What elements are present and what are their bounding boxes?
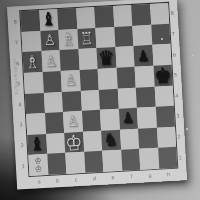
square-a1: ♔♔ bbox=[28, 154, 48, 176]
piece-black-knight: ♞ bbox=[102, 140, 120, 141]
piece-white-pawn: ♙ bbox=[64, 121, 82, 122]
rank-label-3: 3 bbox=[173, 105, 183, 126]
dust-speck bbox=[161, 38, 163, 40]
square-g1 bbox=[139, 148, 159, 170]
square-a5 bbox=[24, 72, 44, 94]
file-label-a: a bbox=[30, 177, 49, 187]
piece-white-bishop: ♗ bbox=[23, 62, 41, 63]
square-c4 bbox=[62, 90, 82, 112]
square-f6 bbox=[115, 46, 135, 68]
square-c3: ♙ bbox=[63, 111, 83, 133]
square-c2: ♔ bbox=[64, 132, 84, 154]
rank-label-2: 2 bbox=[17, 135, 27, 156]
square-a7 bbox=[21, 31, 41, 53]
square-d8 bbox=[76, 7, 96, 29]
rank-label-5: 5 bbox=[14, 73, 24, 94]
square-e5 bbox=[98, 68, 118, 90]
square-d2 bbox=[83, 131, 103, 153]
rank-label-4: 4 bbox=[15, 94, 25, 115]
dust-speck bbox=[142, 176, 143, 177]
rank-label-2: 2 bbox=[174, 126, 184, 147]
file-label-d: d bbox=[85, 174, 104, 184]
file-label-g: g bbox=[140, 171, 159, 181]
piece-black-pawn: ♟ bbox=[134, 55, 152, 56]
square-f8 bbox=[113, 5, 133, 27]
corner-crowns-decoration: ♔♔ bbox=[28, 155, 48, 176]
square-b8: ♝ bbox=[39, 9, 59, 31]
square-d6 bbox=[78, 48, 98, 70]
piece-black-queen: ♛ bbox=[97, 57, 115, 58]
piece-black-bishop: ♝ bbox=[28, 144, 46, 145]
square-f1 bbox=[121, 149, 141, 171]
square-c1 bbox=[65, 152, 85, 174]
dust-speck bbox=[150, 7, 151, 9]
piece-black-bishop: ♝ bbox=[39, 19, 57, 20]
rank-label-8: 8 bbox=[10, 11, 20, 32]
chessboard-photo-scene: Schachspiel ♝♙♗♖♗♙♛♟♙♚♙♟♝♔♞♔♔ abcdefgh 8… bbox=[0, 0, 200, 200]
piece-black-pawn: ♟ bbox=[119, 118, 137, 119]
square-a2: ♝ bbox=[27, 134, 47, 156]
dust-speck bbox=[176, 88, 177, 89]
piece-white-pawn: ♙ bbox=[40, 40, 58, 41]
square-f7 bbox=[114, 26, 134, 48]
rank-label-3: 3 bbox=[16, 114, 26, 135]
piece-white-king: ♔ bbox=[65, 142, 83, 143]
square-a3 bbox=[26, 113, 46, 135]
square-f4 bbox=[117, 87, 137, 109]
square-a4 bbox=[25, 92, 45, 114]
dust-speck bbox=[186, 128, 188, 130]
file-label-b: b bbox=[48, 176, 67, 186]
square-d5 bbox=[79, 69, 99, 91]
file-label-f: f bbox=[122, 172, 141, 182]
square-f5 bbox=[116, 67, 136, 89]
square-b6: ♙ bbox=[41, 50, 61, 72]
square-b4 bbox=[43, 91, 63, 113]
board-grid: ♝♙♗♖♗♙♛♟♙♚♙♟♝♔♞♔♔ bbox=[20, 3, 177, 176]
file-label-e: e bbox=[103, 173, 122, 183]
square-g8 bbox=[131, 4, 151, 26]
square-e7 bbox=[95, 27, 115, 49]
square-d4 bbox=[80, 89, 100, 111]
square-e4 bbox=[99, 88, 119, 110]
square-c8 bbox=[57, 8, 77, 30]
square-a6: ♗ bbox=[23, 51, 43, 73]
piece-white-pawn: ♙ bbox=[42, 61, 60, 62]
dust-speck bbox=[192, 55, 193, 56]
square-c7: ♗ bbox=[58, 29, 78, 51]
square-g6: ♟ bbox=[133, 45, 153, 67]
square-e6: ♛ bbox=[96, 47, 116, 69]
rank-label-1: 1 bbox=[175, 147, 185, 168]
square-b5 bbox=[42, 71, 62, 93]
square-a8 bbox=[20, 10, 40, 32]
square-b1 bbox=[47, 153, 67, 175]
square-b7: ♙ bbox=[40, 30, 60, 52]
square-e2: ♞ bbox=[101, 130, 121, 152]
square-d3 bbox=[81, 110, 101, 132]
rank-label-5: 5 bbox=[171, 64, 181, 85]
file-label-h: h bbox=[159, 170, 178, 180]
rank-label-7: 7 bbox=[168, 23, 178, 44]
chess-board: Schachspiel ♝♙♗♖♗♙♛♟♙♚♙♟♝♔♞♔♔ abcdefgh 8… bbox=[7, 0, 187, 190]
square-e8 bbox=[94, 6, 114, 28]
square-b3 bbox=[45, 112, 65, 134]
piece-white-pawn: ♙ bbox=[61, 80, 79, 81]
square-d1 bbox=[84, 151, 104, 173]
square-f3: ♟ bbox=[118, 108, 138, 130]
square-g3 bbox=[137, 107, 157, 129]
square-g4 bbox=[136, 86, 156, 108]
square-c5: ♙ bbox=[61, 70, 81, 92]
square-g2 bbox=[138, 127, 158, 149]
piece-white-bishop: ♗ bbox=[59, 39, 77, 40]
square-f2 bbox=[120, 129, 140, 151]
rank-label-1: 1 bbox=[18, 155, 28, 176]
square-e3 bbox=[100, 109, 120, 131]
square-g7 bbox=[132, 25, 152, 47]
rank-label-7: 7 bbox=[11, 32, 21, 53]
square-g5 bbox=[135, 66, 155, 88]
rank-label-6: 6 bbox=[13, 52, 23, 73]
square-c6 bbox=[60, 49, 80, 71]
rank-label-6: 6 bbox=[169, 44, 179, 65]
square-e1 bbox=[102, 150, 122, 172]
square-b2 bbox=[46, 133, 66, 155]
crown-icon: ♔ bbox=[35, 165, 43, 173]
rank-label-8: 8 bbox=[167, 2, 177, 23]
piece-black-king: ♚ bbox=[154, 75, 172, 76]
file-label-c: c bbox=[67, 175, 86, 185]
piece-white-rook: ♖ bbox=[77, 38, 95, 39]
square-d7: ♖ bbox=[77, 28, 97, 50]
